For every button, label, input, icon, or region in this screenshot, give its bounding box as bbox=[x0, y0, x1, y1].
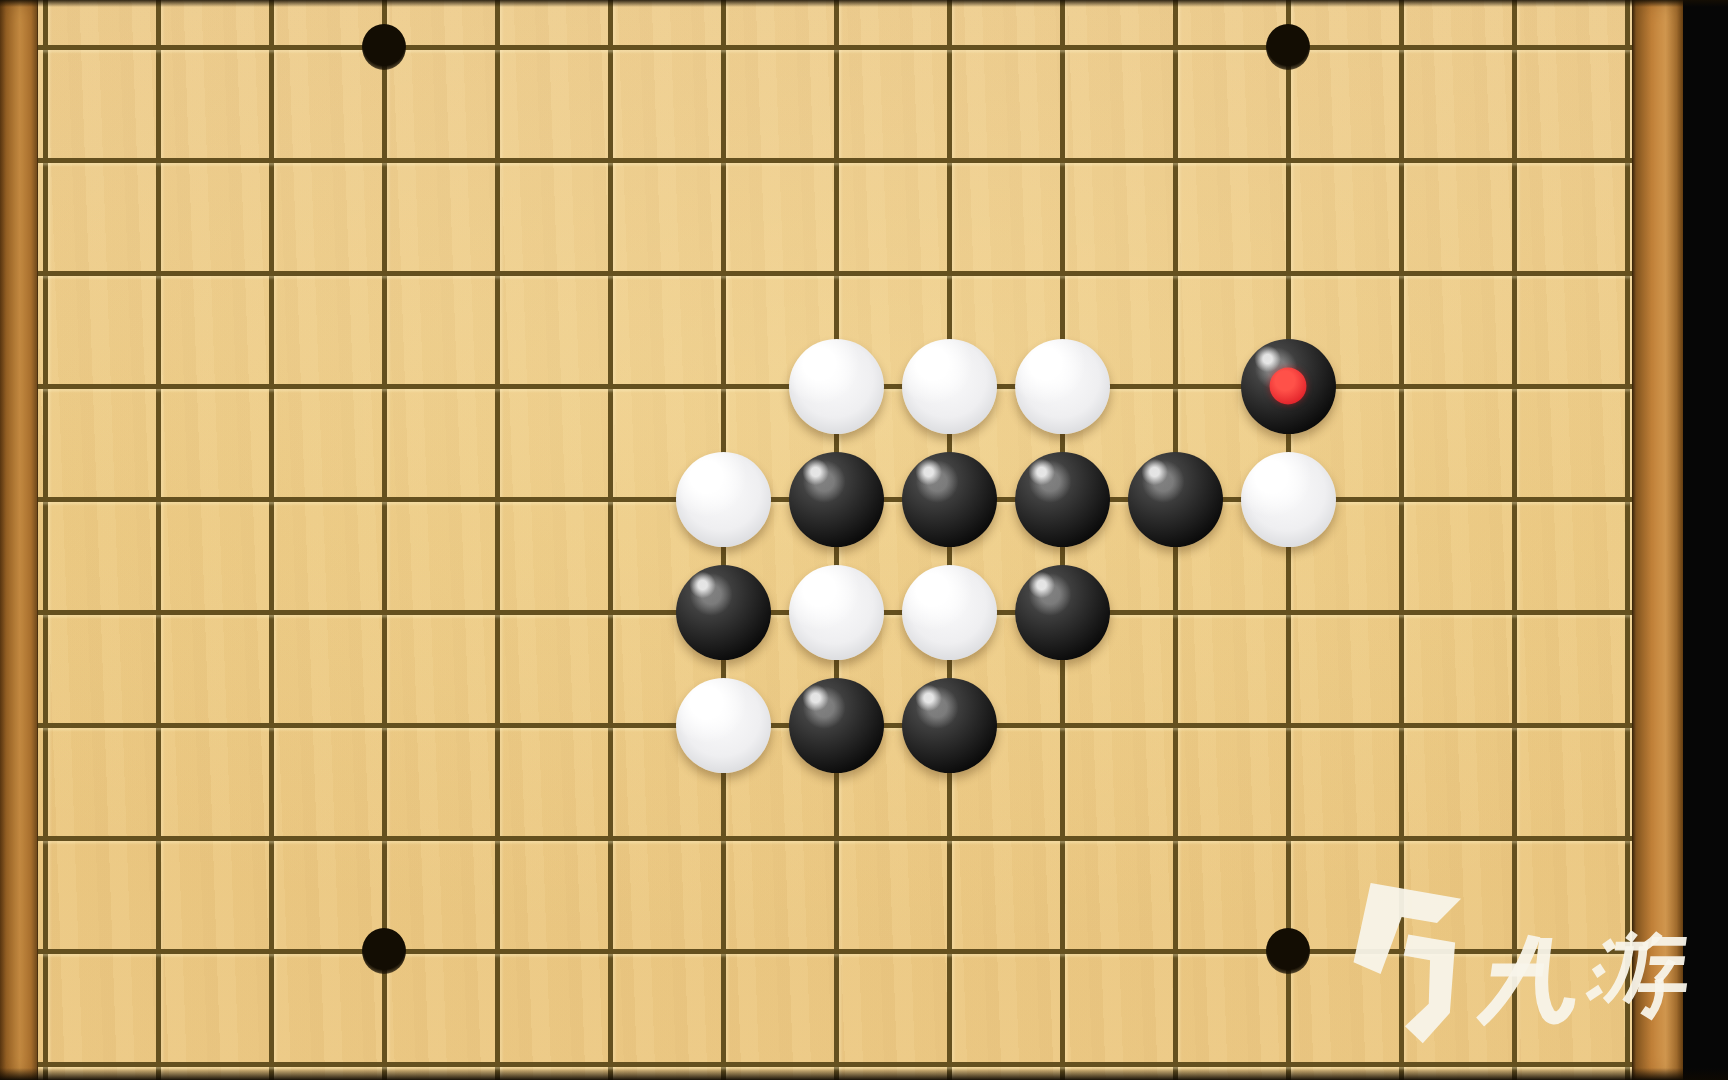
stone-white-r8c7 bbox=[676, 452, 771, 547]
stone-white-r9c8 bbox=[789, 565, 884, 660]
board-frame-right bbox=[1632, 0, 1683, 1080]
stone-white-r7c8 bbox=[789, 339, 884, 434]
stone-black-r7c12 bbox=[1241, 339, 1336, 434]
grid-hline bbox=[38, 836, 1633, 841]
stone-white-r9c9 bbox=[902, 565, 997, 660]
stone-white-r7c9 bbox=[902, 339, 997, 434]
grid-hline bbox=[38, 1062, 1633, 1067]
stone-black-r8c11 bbox=[1128, 452, 1223, 547]
stone-white-r10c7 bbox=[676, 678, 771, 773]
stone-black-r9c10 bbox=[1015, 565, 1110, 660]
last-move-marker bbox=[1270, 368, 1307, 405]
stone-black-r8c9 bbox=[902, 452, 997, 547]
grid-hline bbox=[38, 949, 1633, 954]
screen-black-bar bbox=[1683, 0, 1728, 1080]
stone-black-r8c8 bbox=[789, 452, 884, 547]
star-point bbox=[362, 24, 406, 70]
crop-edge-top bbox=[0, 0, 1728, 7]
grid-hline bbox=[38, 45, 1633, 50]
stone-black-r9c7 bbox=[676, 565, 771, 660]
stone-white-r8c12 bbox=[1241, 452, 1336, 547]
star-point bbox=[1266, 24, 1310, 70]
grid-hline bbox=[38, 158, 1633, 163]
grid-hline bbox=[38, 271, 1633, 276]
star-point bbox=[1266, 928, 1310, 974]
crop-edge-bottom bbox=[0, 1068, 1728, 1080]
star-point bbox=[362, 928, 406, 974]
stone-black-r10c9 bbox=[902, 678, 997, 773]
stone-black-r10c8 bbox=[789, 678, 884, 773]
board-frame-left bbox=[0, 0, 38, 1080]
stone-black-r8c10 bbox=[1015, 452, 1110, 547]
stage: 九游 bbox=[0, 0, 1728, 1080]
stone-white-r7c10 bbox=[1015, 339, 1110, 434]
board-grid[interactable] bbox=[0, 0, 1728, 1080]
